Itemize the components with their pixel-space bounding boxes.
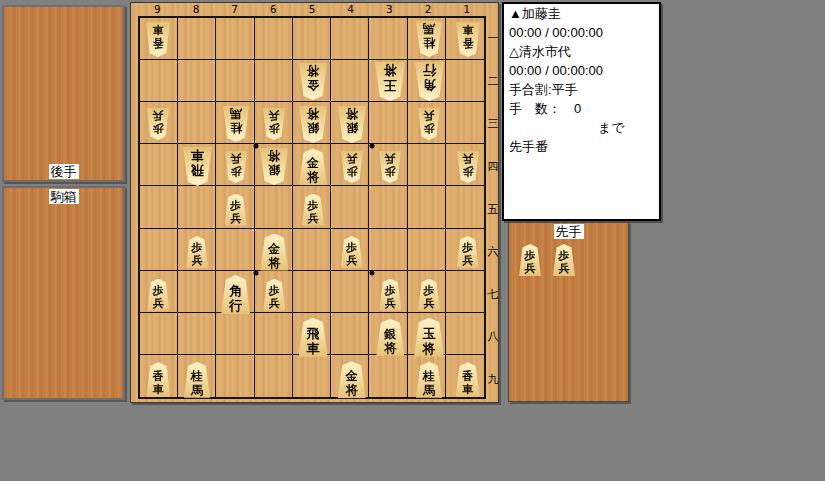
piece-kanji: 香 — [153, 370, 164, 383]
piece-kanji: 兵 — [153, 109, 164, 122]
file-label: 4 — [331, 3, 370, 16]
board-cell[interactable] — [255, 186, 293, 228]
piece-kanji: 歩 — [308, 199, 319, 212]
piece-kanji: 将 — [384, 63, 397, 78]
board-cell[interactable] — [446, 313, 484, 355]
rank-labels: 一二三四五六七八九 — [486, 16, 500, 399]
board-cell[interactable] — [216, 313, 254, 355]
piece-kanji: 歩 — [385, 284, 396, 297]
piece-kanji: 金 — [307, 78, 319, 92]
piece-kanji: 歩 — [346, 165, 357, 178]
piece-kanji: 兵 — [462, 152, 473, 165]
file-label: 3 — [370, 3, 409, 16]
rank-label: 四 — [486, 159, 500, 174]
gote-clock: 00:00 / 00:00:00 — [504, 61, 659, 80]
piece-kanji: 歩 — [192, 241, 203, 254]
piece-kanji: 歩 — [424, 284, 435, 297]
board-cell[interactable] — [140, 60, 178, 102]
piece-kanji: 角 — [423, 78, 436, 93]
piece-kanji: 兵 — [424, 297, 435, 310]
piece-kanji: 兵 — [192, 254, 203, 267]
rank-label: 六 — [486, 244, 500, 259]
piece-kanji: 車 — [191, 148, 204, 163]
piece-kanji: 馬 — [423, 383, 435, 397]
handicap-label: 手合割:平手 — [504, 80, 659, 99]
board-cell[interactable] — [446, 271, 484, 313]
piece-kanji: 桂 — [230, 121, 242, 135]
file-label: 6 — [254, 3, 293, 16]
piece-kanji: 飛 — [307, 326, 320, 341]
sente-piece-stand[interactable]: 先手 歩兵歩兵 — [508, 222, 629, 402]
piece-kanji: 香 — [462, 36, 473, 49]
piece-box-label: 駒箱 — [49, 189, 79, 204]
piece-kanji: 桂 — [191, 369, 203, 383]
shogi-board-panel: 987654321 一二三四五六七八九 香車桂馬香車金将王将角行歩兵桂馬歩兵銀将… — [130, 2, 499, 403]
piece-kanji: 歩 — [153, 122, 164, 135]
shogi-app: { "game": "shogi", "position": { "sfen":… — [0, 0, 825, 481]
piece-kanji: 歩 — [559, 249, 570, 262]
board-cell[interactable] — [178, 313, 216, 355]
board-cell[interactable] — [140, 229, 178, 271]
sente-clock: 00:00 / 00:00:00 — [504, 23, 659, 42]
piece-kanji: 馬 — [230, 107, 242, 121]
piece-kanji: 歩 — [462, 241, 473, 254]
board-cell[interactable] — [178, 18, 216, 60]
board-cell[interactable] — [408, 186, 446, 228]
rank-label: 三 — [486, 116, 500, 131]
board-cell[interactable] — [293, 355, 331, 397]
board-cell[interactable] — [408, 144, 446, 186]
gote-player-name: △清水市代 — [504, 42, 659, 61]
board-cell[interactable] — [331, 18, 369, 60]
rank-label: 五 — [486, 202, 500, 217]
board-cell[interactable] — [140, 186, 178, 228]
piece-kanji: 兵 — [230, 152, 241, 165]
piece-kanji: 車 — [307, 341, 320, 356]
piece-kanji: 銀 — [346, 121, 358, 135]
piece-kanji: 銀 — [307, 121, 319, 135]
piece-kanji: 銀 — [384, 327, 396, 341]
piece-kanji: 兵 — [385, 152, 396, 165]
shogi-piece[interactable]: 歩兵 — [519, 244, 541, 276]
board-cell[interactable] — [178, 186, 216, 228]
piece-kanji: 香 — [153, 36, 164, 49]
board-cell[interactable] — [140, 144, 178, 186]
piece-kanji: 銀 — [268, 163, 280, 177]
board-cell[interactable] — [140, 313, 178, 355]
piece-kanji: 将 — [268, 149, 280, 163]
piece-kanji: 金 — [307, 156, 319, 170]
board-cell[interactable] — [293, 229, 331, 271]
piece-kanji: 兵 — [346, 152, 357, 165]
board-cell[interactable] — [255, 355, 293, 397]
piece-kanji: 将 — [346, 107, 358, 121]
board-cell[interactable] — [331, 271, 369, 313]
piece-kanji: 兵 — [230, 212, 241, 225]
board-cell[interactable] — [331, 313, 369, 355]
piece-kanji: 王 — [384, 78, 397, 93]
board-cell[interactable] — [178, 271, 216, 313]
board-cell[interactable] — [293, 18, 331, 60]
game-info-panel: ▲加藤圭 00:00 / 00:00:00 △清水市代 00:00 / 00:0… — [502, 2, 661, 221]
piece-kanji: 兵 — [153, 297, 164, 310]
piece-kanji: 車 — [153, 23, 164, 36]
piece-kanji: 歩 — [385, 165, 396, 178]
board-cell[interactable] — [255, 60, 293, 102]
piece-kanji: 将 — [307, 170, 319, 184]
board-cell[interactable] — [216, 60, 254, 102]
file-label: 9 — [138, 3, 177, 16]
hoshi-dot — [370, 271, 375, 276]
file-label: 7 — [215, 3, 254, 16]
piece-box[interactable]: 駒箱 — [2, 186, 125, 400]
move-count: 手 数： 0 — [504, 99, 659, 118]
piece-kanji: 歩 — [269, 284, 280, 297]
piece-kanji: 歩 — [153, 284, 164, 297]
rank-label: 九 — [486, 372, 500, 387]
file-label: 8 — [177, 3, 216, 16]
piece-kanji: 将 — [268, 256, 280, 270]
hoshi-dot — [370, 143, 375, 148]
sente-hand-pieces: 歩兵歩兵 — [509, 223, 628, 401]
piece-kanji: 玉 — [423, 326, 436, 341]
board-cell[interactable] — [255, 18, 293, 60]
board-cell[interactable] — [369, 186, 407, 228]
board-cell[interactable] — [216, 229, 254, 271]
piece-kanji: 兵 — [269, 297, 280, 310]
piece-kanji: 歩 — [424, 122, 435, 135]
piece-kanji: 兵 — [525, 262, 536, 275]
piece-kanji: 将 — [423, 341, 436, 356]
piece-kanji: 香 — [462, 370, 473, 383]
board-cell[interactable] — [446, 102, 484, 144]
file-label: 2 — [409, 3, 448, 16]
shogi-piece[interactable]: 歩兵 — [553, 244, 575, 276]
file-labels: 987654321 — [138, 3, 486, 16]
board-cell[interactable] — [178, 102, 216, 144]
piece-kanji: 兵 — [385, 297, 396, 310]
piece-kanji: 角 — [229, 283, 242, 298]
piece-kanji: 桂 — [423, 369, 435, 383]
piece-kanji: 車 — [462, 383, 473, 396]
board-cell[interactable] — [446, 60, 484, 102]
piece-kanji: 歩 — [525, 249, 536, 262]
hoshi-dot — [254, 143, 259, 148]
piece-kanji: 将 — [307, 107, 319, 121]
piece-kanji: 歩 — [230, 199, 241, 212]
piece-kanji: 兵 — [424, 109, 435, 122]
file-label: 5 — [293, 3, 332, 16]
rank-label: 一 — [486, 31, 500, 46]
board-cell[interactable] — [255, 313, 293, 355]
piece-kanji: 兵 — [346, 254, 357, 267]
piece-kanji: 飛 — [191, 163, 204, 178]
piece-kanji: 兵 — [462, 254, 473, 267]
piece-kanji: 金 — [268, 242, 280, 256]
turn-indicator: 先手番 — [504, 137, 659, 156]
piece-kanji: 歩 — [230, 165, 241, 178]
piece-kanji: 馬 — [423, 22, 435, 36]
file-label: 1 — [447, 3, 486, 16]
board-cell[interactable] — [216, 18, 254, 60]
board-cell[interactable] — [369, 355, 407, 397]
board-cell[interactable] — [331, 60, 369, 102]
piece-kanji: 兵 — [269, 109, 280, 122]
piece-kanji: 行 — [229, 298, 242, 313]
sente-player-name: ▲加藤圭 — [504, 4, 659, 23]
board-cell[interactable] — [293, 271, 331, 313]
board-cell[interactable] — [446, 186, 484, 228]
rank-label: 八 — [486, 329, 500, 344]
gote-stand-label: 後手 — [49, 164, 79, 179]
piece-kanji: 歩 — [346, 241, 357, 254]
piece-kanji: 歩 — [462, 165, 473, 178]
hoshi-dot — [254, 271, 259, 276]
gote-piece-stand[interactable]: 後手 — [2, 5, 125, 182]
piece-kanji: 車 — [462, 23, 473, 36]
piece-kanji: 将 — [346, 383, 358, 397]
piece-kanji: 桂 — [423, 36, 435, 50]
board-cell[interactable] — [216, 355, 254, 397]
piece-kanji: 将 — [384, 341, 396, 355]
rank-label: 七 — [486, 287, 500, 302]
board-cell[interactable] — [369, 229, 407, 271]
piece-kanji: 兵 — [559, 262, 570, 275]
piece-kanji: 兵 — [308, 212, 319, 225]
piece-kanji: 将 — [307, 64, 319, 78]
board-cell[interactable] — [408, 229, 446, 271]
board-cell[interactable] — [178, 60, 216, 102]
piece-kanji: 金 — [346, 369, 358, 383]
piece-kanji: 行 — [423, 63, 436, 78]
board-cell[interactable] — [331, 186, 369, 228]
made-label: まで — [504, 118, 659, 137]
board-cell[interactable] — [369, 102, 407, 144]
piece-kanji: 車 — [153, 383, 164, 396]
piece-kanji: 馬 — [191, 383, 203, 397]
board-cell[interactable] — [369, 18, 407, 60]
piece-kanji: 歩 — [269, 122, 280, 135]
rank-label: 二 — [486, 74, 500, 89]
